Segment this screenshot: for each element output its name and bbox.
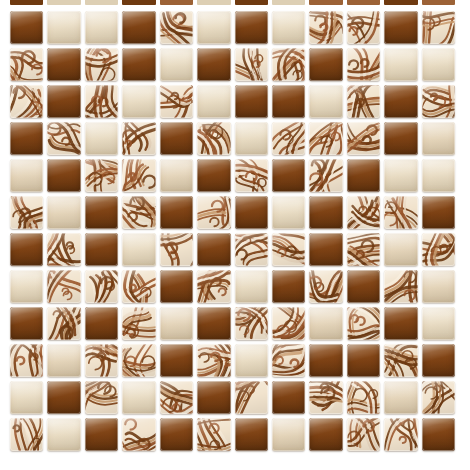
swirl-pattern-graphic bbox=[272, 344, 305, 377]
swirl-pattern-graphic bbox=[10, 418, 43, 451]
tile-r4c10-swirl bbox=[347, 122, 380, 155]
tile-r4c3-cream bbox=[85, 122, 118, 155]
tile-r1c9-swirl bbox=[309, 11, 342, 44]
swirl-pattern-graphic bbox=[272, 233, 305, 266]
tile-r7c5-swirl bbox=[160, 233, 193, 266]
swirl-pattern-graphic bbox=[160, 11, 193, 44]
swirl-pattern-graphic bbox=[197, 196, 230, 229]
tile-r3c7-brown bbox=[235, 85, 268, 118]
tile-r5c11-cream bbox=[384, 159, 417, 192]
tile-r11c2-brown bbox=[47, 381, 80, 414]
tile-r1c11-brown bbox=[384, 11, 417, 44]
swirl-pattern-graphic bbox=[422, 233, 455, 266]
tile-r2c9-brown bbox=[309, 48, 342, 81]
swirl-pattern-graphic bbox=[122, 196, 155, 229]
edge-sliver-c9 bbox=[309, 0, 342, 5]
tile-r6c4-swirl bbox=[122, 196, 155, 229]
tile-r7c12-swirl bbox=[422, 233, 455, 266]
tile-r2c11-cream bbox=[384, 48, 417, 81]
swirl-pattern-graphic bbox=[85, 85, 118, 118]
tile-r1c10-swirl bbox=[347, 11, 380, 44]
tile-r10c7-cream bbox=[235, 344, 268, 377]
tile-r9c7-swirl bbox=[235, 307, 268, 340]
swirl-pattern-graphic bbox=[160, 381, 193, 414]
tile-r9c12-cream bbox=[422, 307, 455, 340]
tile-r4c8-swirl bbox=[272, 122, 305, 155]
tile-r3c8-brown bbox=[272, 85, 305, 118]
tile-r2c3-swirl bbox=[85, 48, 118, 81]
tile-r6c6-swirl bbox=[197, 196, 230, 229]
swirl-pattern-graphic bbox=[272, 307, 305, 340]
tile-r9c9-cream bbox=[309, 307, 342, 340]
edge-sliver-c1 bbox=[10, 0, 43, 5]
swirl-pattern-graphic bbox=[85, 270, 118, 303]
swirl-pattern-graphic bbox=[384, 196, 417, 229]
tile-r2c7-swirl bbox=[235, 48, 268, 81]
swirl-pattern-graphic bbox=[122, 270, 155, 303]
swirl-pattern-graphic bbox=[122, 307, 155, 340]
tile-r11c12-swirl bbox=[422, 381, 455, 414]
tile-r1c7-brown bbox=[235, 11, 268, 44]
swirl-pattern-graphic bbox=[10, 196, 43, 229]
tile-r7c11-cream bbox=[384, 233, 417, 266]
tile-r2c8-swirl bbox=[272, 48, 305, 81]
swirl-pattern-graphic bbox=[122, 418, 155, 451]
swirl-pattern-graphic bbox=[347, 418, 380, 451]
tile-r1c2-cream bbox=[47, 11, 80, 44]
tile-r3c5-swirl bbox=[160, 85, 193, 118]
tile-r6c2-cream bbox=[47, 196, 80, 229]
tile-r1c3-cream bbox=[85, 11, 118, 44]
tile-r2c12-cream bbox=[422, 48, 455, 81]
sheet-cut-edge-strip bbox=[10, 0, 455, 5]
swirl-pattern-graphic bbox=[347, 196, 380, 229]
tile-r4c1-brown bbox=[10, 122, 43, 155]
swirl-pattern-graphic bbox=[422, 85, 455, 118]
swirl-pattern-graphic bbox=[122, 159, 155, 192]
mosaic-grid bbox=[10, 11, 455, 451]
tile-r6c10-swirl bbox=[347, 196, 380, 229]
tile-r3c3-swirl bbox=[85, 85, 118, 118]
tile-r1c8-cream bbox=[272, 11, 305, 44]
swirl-pattern-graphic bbox=[347, 48, 380, 81]
swirl-pattern-graphic bbox=[122, 344, 155, 377]
tile-r8c2-swirl bbox=[47, 270, 80, 303]
tile-r8c5-brown bbox=[160, 270, 193, 303]
tile-r4c9-swirl bbox=[309, 122, 342, 155]
tile-r8c10-brown bbox=[347, 270, 380, 303]
tile-r4c2-swirl bbox=[47, 122, 80, 155]
tile-r10c10-brown bbox=[347, 344, 380, 377]
tile-r10c11-swirl bbox=[384, 344, 417, 377]
tile-r10c1-swirl bbox=[10, 344, 43, 377]
tile-r6c8-cream bbox=[272, 196, 305, 229]
tile-r10c5-brown bbox=[160, 344, 193, 377]
edge-sliver-c5 bbox=[160, 0, 193, 5]
tile-r3c11-brown bbox=[384, 85, 417, 118]
tile-r3c2-brown bbox=[47, 85, 80, 118]
tile-r3c6-cream bbox=[197, 85, 230, 118]
swirl-pattern-graphic bbox=[197, 270, 230, 303]
tile-r5c9-swirl bbox=[309, 159, 342, 192]
tile-r1c4-brown bbox=[122, 11, 155, 44]
edge-sliver-c3 bbox=[85, 0, 118, 5]
tile-r2c10-swirl bbox=[347, 48, 380, 81]
tile-r9c10-swirl bbox=[347, 307, 380, 340]
swirl-pattern-graphic bbox=[384, 344, 417, 377]
swirl-pattern-graphic bbox=[235, 48, 268, 81]
tile-r6c1-swirl bbox=[10, 196, 43, 229]
swirl-pattern-graphic bbox=[160, 233, 193, 266]
tile-r10c8-swirl bbox=[272, 344, 305, 377]
tile-r2c6-brown bbox=[197, 48, 230, 81]
tile-r7c3-brown bbox=[85, 233, 118, 266]
tile-r10c9-brown bbox=[309, 344, 342, 377]
tile-r10c2-cream bbox=[47, 344, 80, 377]
swirl-pattern-graphic bbox=[347, 233, 380, 266]
tile-r7c7-swirl bbox=[235, 233, 268, 266]
tile-r7c1-brown bbox=[10, 233, 43, 266]
tile-r6c5-brown bbox=[160, 196, 193, 229]
swirl-pattern-graphic bbox=[347, 122, 380, 155]
tile-r11c5-swirl bbox=[160, 381, 193, 414]
tile-r4c7-cream bbox=[235, 122, 268, 155]
tile-r8c6-swirl bbox=[197, 270, 230, 303]
tile-r12c8-cream bbox=[272, 418, 305, 451]
tile-r6c11-swirl bbox=[384, 196, 417, 229]
tile-r8c12-cream bbox=[422, 270, 455, 303]
tile-r2c4-brown bbox=[122, 48, 155, 81]
swirl-pattern-graphic bbox=[347, 381, 380, 414]
tile-r12c7-brown bbox=[235, 418, 268, 451]
tile-r12c1-swirl bbox=[10, 418, 43, 451]
swirl-pattern-graphic bbox=[85, 381, 118, 414]
swirl-pattern-graphic bbox=[10, 48, 43, 81]
tile-r1c12-swirl bbox=[422, 11, 455, 44]
swirl-pattern-graphic bbox=[235, 159, 268, 192]
tile-r3c4-cream bbox=[122, 85, 155, 118]
tile-r7c2-swirl bbox=[47, 233, 80, 266]
swirl-pattern-graphic bbox=[10, 85, 43, 118]
swirl-pattern-graphic bbox=[47, 122, 80, 155]
tile-r12c12-brown bbox=[422, 418, 455, 451]
tile-r11c3-swirl bbox=[85, 381, 118, 414]
tile-r6c9-brown bbox=[309, 196, 342, 229]
edge-sliver-c10 bbox=[347, 0, 380, 5]
swirl-pattern-graphic bbox=[235, 381, 268, 414]
tile-r3c9-cream bbox=[309, 85, 342, 118]
edge-sliver-c7 bbox=[235, 0, 268, 5]
swirl-pattern-graphic bbox=[235, 307, 268, 340]
tile-r4c11-brown bbox=[384, 122, 417, 155]
tile-r5c7-swirl bbox=[235, 159, 268, 192]
tile-r10c4-swirl bbox=[122, 344, 155, 377]
tile-r4c4-swirl bbox=[122, 122, 155, 155]
tile-r9c5-cream bbox=[160, 307, 193, 340]
tile-r1c1-brown bbox=[10, 11, 43, 44]
tile-r5c5-cream bbox=[160, 159, 193, 192]
tile-r12c4-swirl bbox=[122, 418, 155, 451]
swirl-pattern-graphic bbox=[47, 270, 80, 303]
swirl-pattern-graphic bbox=[309, 11, 342, 44]
tile-r7c6-brown bbox=[197, 233, 230, 266]
tile-r2c2-brown bbox=[47, 48, 80, 81]
tile-r7c8-swirl bbox=[272, 233, 305, 266]
tile-r12c10-swirl bbox=[347, 418, 380, 451]
tile-r12c11-swirl bbox=[384, 418, 417, 451]
tile-r11c8-brown bbox=[272, 381, 305, 414]
tile-r6c7-brown bbox=[235, 196, 268, 229]
swirl-pattern-graphic bbox=[422, 381, 455, 414]
swirl-pattern-graphic bbox=[122, 122, 155, 155]
edge-sliver-c11 bbox=[384, 0, 417, 5]
tile-r5c10-brown bbox=[347, 159, 380, 192]
swirl-pattern-graphic bbox=[347, 11, 380, 44]
tile-r10c6-swirl bbox=[197, 344, 230, 377]
swirl-pattern-graphic bbox=[272, 122, 305, 155]
swirl-pattern-graphic bbox=[197, 122, 230, 155]
swirl-pattern-graphic bbox=[85, 48, 118, 81]
swirl-pattern-graphic bbox=[347, 307, 380, 340]
swirl-pattern-graphic bbox=[422, 11, 455, 44]
swirl-pattern-graphic bbox=[197, 418, 230, 451]
tile-r11c10-swirl bbox=[347, 381, 380, 414]
tile-r8c9-swirl bbox=[309, 270, 342, 303]
swirl-pattern-graphic bbox=[347, 85, 380, 118]
tile-r9c8-swirl bbox=[272, 307, 305, 340]
tile-r11c11-cream bbox=[384, 381, 417, 414]
swirl-pattern-graphic bbox=[384, 418, 417, 451]
tile-r3c10-swirl bbox=[347, 85, 380, 118]
swirl-pattern-graphic bbox=[85, 159, 118, 192]
swirl-pattern-graphic bbox=[272, 48, 305, 81]
swirl-pattern-graphic bbox=[235, 233, 268, 266]
tile-r8c4-swirl bbox=[122, 270, 155, 303]
tile-r5c12-cream bbox=[422, 159, 455, 192]
tile-r12c9-brown bbox=[309, 418, 342, 451]
tile-r5c6-brown bbox=[197, 159, 230, 192]
swirl-pattern-graphic bbox=[384, 270, 417, 303]
tile-r3c1-swirl bbox=[10, 85, 43, 118]
edge-sliver-c8 bbox=[272, 0, 305, 5]
swirl-pattern-graphic bbox=[309, 381, 342, 414]
tile-r9c1-brown bbox=[10, 307, 43, 340]
mosaic-tile-sheet-photo bbox=[0, 0, 470, 470]
tile-r9c4-swirl bbox=[122, 307, 155, 340]
tile-r12c6-swirl bbox=[197, 418, 230, 451]
swirl-pattern-graphic bbox=[160, 85, 193, 118]
tile-r9c3-brown bbox=[85, 307, 118, 340]
tile-r6c12-brown bbox=[422, 196, 455, 229]
swirl-pattern-graphic bbox=[197, 344, 230, 377]
tile-r10c3-swirl bbox=[85, 344, 118, 377]
tile-r8c7-cream bbox=[235, 270, 268, 303]
tile-r5c8-brown bbox=[272, 159, 305, 192]
tile-r5c2-brown bbox=[47, 159, 80, 192]
tile-r3c12-swirl bbox=[422, 85, 455, 118]
tile-r9c6-brown bbox=[197, 307, 230, 340]
swirl-pattern-graphic bbox=[10, 344, 43, 377]
swirl-pattern-graphic bbox=[47, 307, 80, 340]
tile-r6c3-brown bbox=[85, 196, 118, 229]
edge-sliver-c4 bbox=[122, 0, 155, 5]
swirl-pattern-graphic bbox=[85, 344, 118, 377]
tile-r11c1-cream bbox=[10, 381, 43, 414]
tile-r2c5-cream bbox=[160, 48, 193, 81]
tile-r5c3-swirl bbox=[85, 159, 118, 192]
swirl-pattern-graphic bbox=[47, 233, 80, 266]
tile-r4c5-brown bbox=[160, 122, 193, 155]
edge-sliver-c6 bbox=[197, 0, 230, 5]
tile-r9c2-swirl bbox=[47, 307, 80, 340]
tile-r7c4-cream bbox=[122, 233, 155, 266]
tile-r5c4-swirl bbox=[122, 159, 155, 192]
tile-r2c1-swirl bbox=[10, 48, 43, 81]
tile-r10c12-brown bbox=[422, 344, 455, 377]
tile-r8c11-swirl bbox=[384, 270, 417, 303]
tile-r11c7-swirl bbox=[235, 381, 268, 414]
tile-r12c3-brown bbox=[85, 418, 118, 451]
tile-r8c1-cream bbox=[10, 270, 43, 303]
edge-sliver-c12 bbox=[422, 0, 455, 5]
tile-r11c6-brown bbox=[197, 381, 230, 414]
tile-r7c9-brown bbox=[309, 233, 342, 266]
swirl-pattern-graphic bbox=[309, 122, 342, 155]
tile-r11c9-swirl bbox=[309, 381, 342, 414]
tile-r11c4-cream bbox=[122, 381, 155, 414]
tile-r1c6-cream bbox=[197, 11, 230, 44]
tile-r4c12-cream bbox=[422, 122, 455, 155]
swirl-pattern-graphic bbox=[309, 270, 342, 303]
tile-r1c5-swirl bbox=[160, 11, 193, 44]
swirl-pattern-graphic bbox=[309, 159, 342, 192]
edge-sliver-c2 bbox=[47, 0, 80, 5]
tile-r7c10-swirl bbox=[347, 233, 380, 266]
tile-r4c6-swirl bbox=[197, 122, 230, 155]
tile-r9c11-brown bbox=[384, 307, 417, 340]
tile-r8c3-swirl bbox=[85, 270, 118, 303]
tile-r8c8-brown bbox=[272, 270, 305, 303]
tile-r12c5-brown bbox=[160, 418, 193, 451]
tile-r12c2-cream bbox=[47, 418, 80, 451]
tile-r5c1-cream bbox=[10, 159, 43, 192]
